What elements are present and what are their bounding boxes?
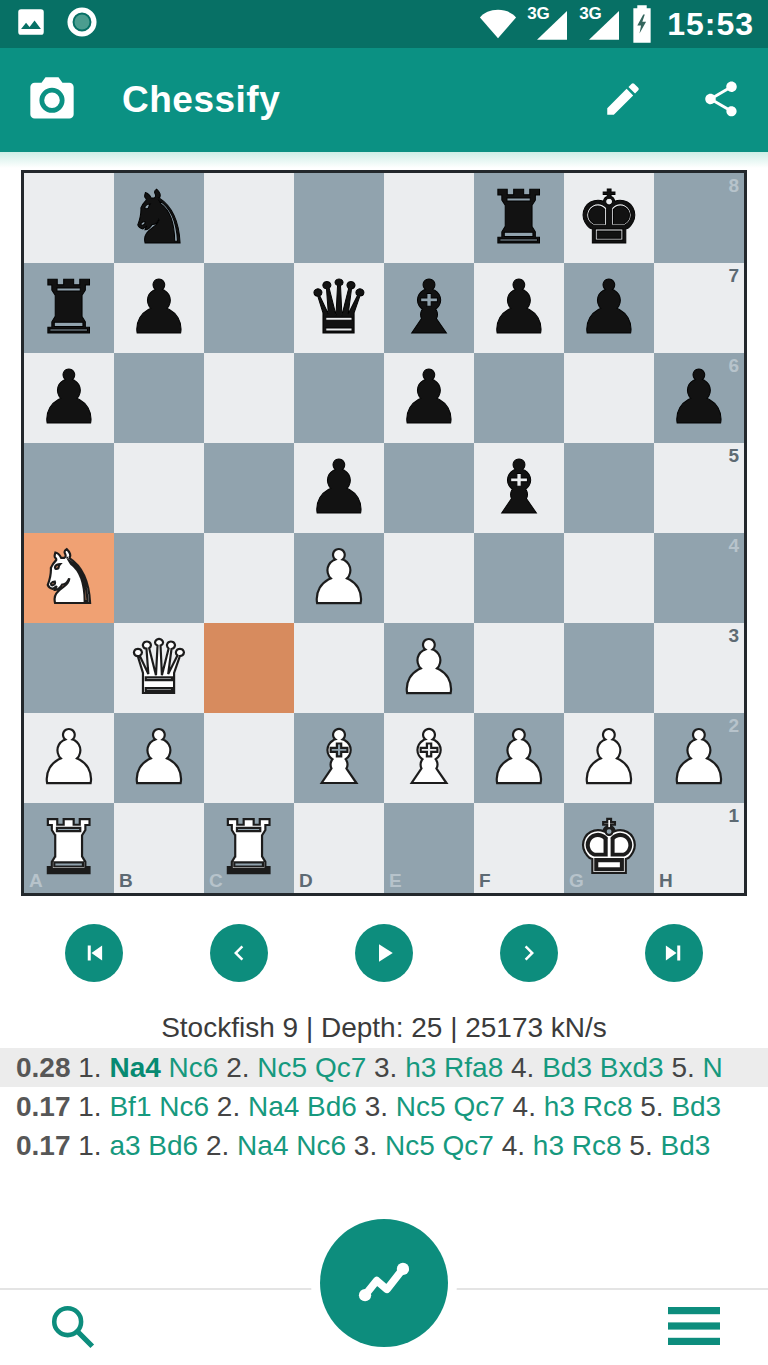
square-h4[interactable]: 4 [654,533,744,623]
piece-white-pawn: ♟ [114,713,204,803]
square-e6[interactable]: ♟ [384,353,474,443]
move-number: 3. [374,1052,397,1083]
hamburger-icon [666,1303,722,1352]
move-number: 2. [226,1052,249,1083]
square-h3[interactable]: 3 [654,623,744,713]
file-label-g: G [569,871,584,890]
status-time: 15:53 [667,6,754,43]
move-text: Nc6 [296,1130,346,1161]
play-button[interactable] [355,924,413,982]
square-g1[interactable]: ♚G [564,803,654,893]
piece-black-rook: ♜ [474,173,564,263]
chess-board: ♞♜♚8♜♟♛♝♟♟7♟♟♟6♟♝5♞♟4♛♟3♟♟♝♝♟♟♟2♜AB♜CDEF… [21,170,747,896]
square-d4[interactable]: ♟ [294,533,384,623]
square-f8[interactable]: ♜ [474,173,564,263]
share-icon [700,78,742,123]
piece-black-pawn: ♟ [114,263,204,353]
move-text: Bd3 [661,1130,711,1161]
camera-icon [26,73,78,128]
previous-move-button[interactable] [210,924,268,982]
skip-to-start-button[interactable] [65,924,123,982]
move-text: Rc8 [583,1091,633,1122]
next-move-button[interactable] [500,924,558,982]
square-g5[interactable] [564,443,654,533]
piece-white-knight: ♞ [24,533,114,623]
app-bar-shadow-strip [0,152,768,168]
square-e5[interactable] [384,443,474,533]
move-number: 5. [671,1052,694,1083]
move-text: Qc7 [315,1052,366,1083]
square-e4[interactable] [384,533,474,623]
piece-white-pawn: ♟ [564,713,654,803]
move-number: 5. [629,1130,652,1161]
square-c1[interactable]: ♜C [204,803,294,893]
square-e8[interactable] [384,173,474,263]
rank-label-5: 5 [728,446,739,465]
square-b8[interactable]: ♞ [114,173,204,263]
square-c8[interactable] [204,173,294,263]
edit-button[interactable] [602,78,644,123]
move-text: Rc8 [572,1130,622,1161]
move-text: Nc5 [396,1091,446,1122]
square-f6[interactable] [474,353,564,443]
piece-black-king: ♚ [564,173,654,263]
rank-label-6: 6 [728,356,739,375]
square-a3[interactable] [24,623,114,713]
piece-black-rook: ♜ [24,263,114,353]
move-text: Na4 [109,1052,160,1083]
piece-white-queen: ♛ [114,623,204,713]
square-c7[interactable] [204,263,294,353]
rank-label-7: 7 [728,266,739,285]
square-a8[interactable] [24,173,114,263]
square-d8[interactable] [294,173,384,263]
square-g3[interactable] [564,623,654,713]
piece-white-pawn: ♟ [384,623,474,713]
move-text: Rfa8 [444,1052,503,1083]
menu-button[interactable] [666,1303,722,1352]
rank-label-3: 3 [728,626,739,645]
file-label-e: E [389,871,402,890]
move-number: 4. [513,1091,536,1122]
square-d5[interactable]: ♟ [294,443,384,533]
move-text: Na4 [248,1091,299,1122]
wifi-icon [479,8,517,40]
move-text: Qc7 [443,1130,494,1161]
square-f7[interactable]: ♟ [474,263,564,353]
square-b5[interactable] [114,443,204,533]
line-eval: 0.17 [16,1130,71,1161]
chessify-app-screen: 3G 3G 15:53 Chessify [0,0,768,1365]
file-label-c: C [209,871,223,890]
rank-label-1: 1 [728,806,739,825]
status-bar-left [14,4,100,44]
rank-label-2: 2 [728,716,739,735]
square-h6[interactable]: ♟6 [654,353,744,443]
square-h8[interactable]: 8 [654,173,744,263]
engine-line-1[interactable]: 0.28 1. Na4 Nc6 2. Nc5 Qc7 3. h3 Rfa8 4.… [0,1048,768,1087]
square-a5[interactable] [24,443,114,533]
square-d3[interactable] [294,623,384,713]
square-c3[interactable] [204,623,294,713]
rank-label-4: 4 [728,536,739,555]
piece-black-bishop: ♝ [474,443,564,533]
square-a7[interactable]: ♜ [24,263,114,353]
square-c5[interactable] [204,443,294,533]
camera-button[interactable] [26,73,78,128]
move-number: 1. [78,1130,101,1161]
share-button[interactable] [700,78,742,123]
square-a4[interactable]: ♞ [24,533,114,623]
move-number: 2. [217,1091,240,1122]
square-f2[interactable]: ♟ [474,713,564,803]
square-e3[interactable]: ♟ [384,623,474,713]
move-number: 5. [640,1091,663,1122]
rank-label-8: 8 [728,176,739,195]
square-f4[interactable] [474,533,564,623]
move-text: h3 [544,1091,575,1122]
battery-charging-icon [631,5,653,43]
move-text: Nc5 [257,1052,307,1083]
move-text: Bxd3 [600,1052,664,1083]
file-label-b: B [119,871,133,890]
page-title: Chessify [122,79,280,121]
square-e1[interactable]: E [384,803,474,893]
move-text: h3 [533,1130,564,1161]
analysis-fab[interactable] [320,1219,448,1347]
square-g2[interactable]: ♟ [564,713,654,803]
move-text: Nc5 [385,1130,435,1161]
piece-white-pawn: ♟ [294,533,384,623]
move-text: Na4 [237,1130,288,1161]
play-icon [369,938,399,968]
piece-white-pawn: ♟ [24,713,114,803]
piece-black-pawn: ♟ [564,263,654,353]
square-a6[interactable]: ♟ [24,353,114,443]
move-number: 1. [78,1091,101,1122]
square-h1[interactable]: 1H [654,803,744,893]
move-number: 3. [365,1091,388,1122]
engine-line-2[interactable]: 0.17 1. Bf1 Nc6 2. Na4 Bd6 3. Nc5 Qc7 4.… [0,1087,768,1126]
square-b3[interactable]: ♛ [114,623,204,713]
square-b4[interactable] [114,533,204,623]
search-icon [46,1300,98,1355]
piece-black-bishop: ♝ [384,263,474,353]
move-text: h3 [405,1052,436,1083]
move-navigation [0,924,768,982]
square-d6[interactable] [294,353,384,443]
piece-black-pawn: ♟ [294,443,384,533]
square-d2[interactable]: ♝ [294,713,384,803]
move-number: 4. [502,1130,525,1161]
move-text: Bd3 [542,1052,592,1083]
move-text: Nc6 [159,1091,209,1122]
line-eval: 0.28 [16,1052,71,1083]
file-label-d: D [299,871,313,890]
move-text: a3 [109,1130,140,1161]
square-b1[interactable]: B [114,803,204,893]
square-h2[interactable]: ♟2 [654,713,744,803]
gallery-icon [14,5,48,43]
status-bar: 3G 3G 15:53 [0,0,768,48]
piece-black-knight: ♞ [114,173,204,263]
ring-notification-icon [64,4,100,44]
move-text: Bf1 [109,1091,151,1122]
square-g8[interactable]: ♚ [564,173,654,263]
square-a1[interactable]: ♜A [24,803,114,893]
square-c6[interactable] [204,353,294,443]
square-c4[interactable] [204,533,294,623]
pencil-icon [602,78,644,123]
square-e2[interactable]: ♝ [384,713,474,803]
trend-chart-icon [349,1247,419,1320]
square-d7[interactable]: ♛ [294,263,384,353]
piece-black-pawn: ♟ [24,353,114,443]
engine-line-3[interactable]: 0.17 1. a3 Bd6 2. Na4 Nc6 3. Nc5 Qc7 4. … [0,1126,768,1165]
file-label-a: A [29,871,43,890]
square-g7[interactable]: ♟ [564,263,654,353]
move-number: 4. [511,1052,534,1083]
move-text: Bd6 [148,1130,198,1161]
square-c2[interactable] [204,713,294,803]
chevron-right-icon [514,938,544,968]
skip-previous-icon [79,938,109,968]
square-f5[interactable]: ♝ [474,443,564,533]
move-text: Nc6 [169,1052,219,1083]
chevron-left-icon [224,938,254,968]
signal-3g-icon-2: 3G [579,5,621,43]
square-b6[interactable] [114,353,204,443]
move-text: N [703,1052,723,1083]
move-number: 1. [78,1052,101,1083]
line-eval: 0.17 [16,1091,71,1122]
analysis-lines: 0.28 1. Na4 Nc6 2. Nc5 Qc7 3. h3 Rfa8 4.… [0,1048,768,1165]
piece-black-pawn: ♟ [384,353,474,443]
square-f1[interactable]: F [474,803,564,893]
piece-black-queen: ♛ [294,263,384,353]
signal-3g-icon-1: 3G [527,5,569,43]
move-text: Bd6 [307,1091,357,1122]
square-h7[interactable]: 7 [654,263,744,353]
app-bar: Chessify [0,48,768,152]
square-g6[interactable] [564,353,654,443]
status-bar-right: 3G 3G 15:53 [479,5,754,43]
move-number: 3. [354,1130,377,1161]
piece-black-pawn: ♟ [474,263,564,353]
file-label-h: H [659,871,673,890]
search-button[interactable] [46,1300,98,1355]
piece-white-bishop: ♝ [294,713,384,803]
move-text: Qc7 [453,1091,504,1122]
move-text: Bd3 [671,1091,721,1122]
square-e7[interactable]: ♝ [384,263,474,353]
skip-next-icon [659,938,689,968]
piece-white-pawn: ♟ [474,713,564,803]
file-label-f: F [479,871,491,890]
square-b2[interactable]: ♟ [114,713,204,803]
piece-white-bishop: ♝ [384,713,474,803]
skip-to-end-button[interactable] [645,924,703,982]
square-f3[interactable] [474,623,564,713]
square-d1[interactable]: D [294,803,384,893]
square-b7[interactable]: ♟ [114,263,204,353]
square-h5[interactable]: 5 [654,443,744,533]
square-a2[interactable]: ♟ [24,713,114,803]
move-number: 2. [206,1130,229,1161]
square-g4[interactable] [564,533,654,623]
engine-status-text: Stockfish 9 | Depth: 25 | 25173 kN/s [0,1008,768,1048]
